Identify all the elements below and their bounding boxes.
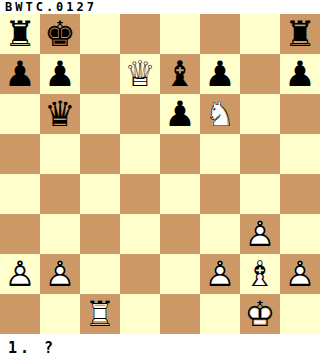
square-a4[interactable] — [0, 174, 40, 214]
square-g2[interactable]: ♝♗ — [240, 254, 280, 294]
square-g4[interactable] — [240, 174, 280, 214]
square-e2[interactable] — [160, 254, 200, 294]
move-prompt: 1. ? — [0, 334, 320, 360]
chess-board: ♜♚♜♟♟♛♕♝♟♟♛♟♞♘♟♙♟♙♟♙♟♙♝♗♟♙♜♖♚♔ — [0, 14, 320, 334]
piece-white-king[interactable]: ♚♔ — [240, 294, 280, 334]
piece-white-king-outline: ♔ — [240, 294, 280, 334]
piece-white-pawn[interactable]: ♟♙ — [280, 254, 320, 294]
square-d1[interactable] — [120, 294, 160, 334]
piece-white-pawn-outline: ♙ — [40, 254, 80, 294]
square-h3[interactable] — [280, 214, 320, 254]
piece-white-pawn-outline: ♙ — [0, 254, 40, 294]
square-b1[interactable] — [40, 294, 80, 334]
square-b5[interactable] — [40, 134, 80, 174]
square-f7[interactable]: ♟ — [200, 54, 240, 94]
square-c1[interactable]: ♜♖ — [80, 294, 120, 334]
square-f6[interactable]: ♞♘ — [200, 94, 240, 134]
piece-white-pawn[interactable]: ♟♙ — [0, 254, 40, 294]
square-h5[interactable] — [280, 134, 320, 174]
square-d4[interactable] — [120, 174, 160, 214]
puzzle-title: BWTC.0127 — [0, 0, 320, 14]
square-c7[interactable] — [80, 54, 120, 94]
square-e6[interactable]: ♟ — [160, 94, 200, 134]
piece-white-pawn-outline: ♙ — [240, 214, 280, 254]
piece-black-pawn[interactable]: ♟ — [200, 54, 240, 94]
piece-black-pawn[interactable]: ♟ — [280, 54, 320, 94]
square-e3[interactable] — [160, 214, 200, 254]
piece-black-pawn[interactable]: ♟ — [160, 94, 200, 134]
square-h1[interactable] — [280, 294, 320, 334]
square-b8[interactable]: ♚ — [40, 14, 80, 54]
square-a8[interactable]: ♜ — [0, 14, 40, 54]
square-e7[interactable]: ♝ — [160, 54, 200, 94]
square-h4[interactable] — [280, 174, 320, 214]
piece-white-knight[interactable]: ♞♘ — [200, 94, 240, 134]
square-a7[interactable]: ♟ — [0, 54, 40, 94]
square-f4[interactable] — [200, 174, 240, 214]
square-h2[interactable]: ♟♙ — [280, 254, 320, 294]
piece-white-queen[interactable]: ♛♕ — [120, 54, 160, 94]
square-d3[interactable] — [120, 214, 160, 254]
square-f2[interactable]: ♟♙ — [200, 254, 240, 294]
square-e1[interactable] — [160, 294, 200, 334]
square-g3[interactable]: ♟♙ — [240, 214, 280, 254]
piece-white-queen-outline: ♕ — [120, 54, 160, 94]
square-g1[interactable]: ♚♔ — [240, 294, 280, 334]
square-c5[interactable] — [80, 134, 120, 174]
piece-white-pawn[interactable]: ♟♙ — [240, 214, 280, 254]
square-e4[interactable] — [160, 174, 200, 214]
piece-black-pawn[interactable]: ♟ — [0, 54, 40, 94]
square-g6[interactable] — [240, 94, 280, 134]
square-b3[interactable] — [40, 214, 80, 254]
square-h6[interactable] — [280, 94, 320, 134]
piece-white-pawn[interactable]: ♟♙ — [40, 254, 80, 294]
piece-white-bishop-outline: ♗ — [240, 254, 280, 294]
square-g5[interactable] — [240, 134, 280, 174]
square-c3[interactable] — [80, 214, 120, 254]
square-a2[interactable]: ♟♙ — [0, 254, 40, 294]
square-g8[interactable] — [240, 14, 280, 54]
piece-white-pawn[interactable]: ♟♙ — [200, 254, 240, 294]
square-d6[interactable] — [120, 94, 160, 134]
piece-white-knight-outline: ♘ — [200, 94, 240, 134]
square-b2[interactable]: ♟♙ — [40, 254, 80, 294]
square-d8[interactable] — [120, 14, 160, 54]
square-c2[interactable] — [80, 254, 120, 294]
square-d2[interactable] — [120, 254, 160, 294]
piece-white-rook[interactable]: ♜♖ — [80, 294, 120, 334]
square-h7[interactable]: ♟ — [280, 54, 320, 94]
square-f5[interactable] — [200, 134, 240, 174]
square-f1[interactable] — [200, 294, 240, 334]
square-a5[interactable] — [0, 134, 40, 174]
square-h8[interactable]: ♜ — [280, 14, 320, 54]
square-b7[interactable]: ♟ — [40, 54, 80, 94]
piece-black-bishop[interactable]: ♝ — [160, 54, 200, 94]
square-d5[interactable] — [120, 134, 160, 174]
piece-white-bishop[interactable]: ♝♗ — [240, 254, 280, 294]
square-c4[interactable] — [80, 174, 120, 214]
piece-white-rook-outline: ♖ — [80, 294, 120, 334]
piece-black-pawn[interactable]: ♟ — [40, 54, 80, 94]
square-b4[interactable] — [40, 174, 80, 214]
piece-white-pawn-outline: ♙ — [200, 254, 240, 294]
square-f3[interactable] — [200, 214, 240, 254]
square-b6[interactable]: ♛ — [40, 94, 80, 134]
square-a3[interactable] — [0, 214, 40, 254]
piece-black-king[interactable]: ♚ — [40, 14, 80, 54]
square-c6[interactable] — [80, 94, 120, 134]
square-a1[interactable] — [0, 294, 40, 334]
piece-black-rook[interactable]: ♜ — [0, 14, 40, 54]
square-a6[interactable] — [0, 94, 40, 134]
piece-white-pawn-outline: ♙ — [280, 254, 320, 294]
square-e8[interactable] — [160, 14, 200, 54]
piece-black-rook[interactable]: ♜ — [280, 14, 320, 54]
piece-black-queen[interactable]: ♛ — [40, 94, 80, 134]
square-c8[interactable] — [80, 14, 120, 54]
square-g7[interactable] — [240, 54, 280, 94]
square-e5[interactable] — [160, 134, 200, 174]
square-d7[interactable]: ♛♕ — [120, 54, 160, 94]
square-f8[interactable] — [200, 14, 240, 54]
